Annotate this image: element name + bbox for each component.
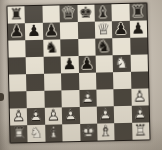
square-f7: ♛♕ (95, 21, 113, 38)
square-b6 (26, 40, 44, 57)
black-pawn-c7: ♟ (43, 22, 61, 39)
square-c7: ♟ (43, 22, 61, 39)
chess-board: ♜♛♚♝♜♟♟♟♛♕♟♟♞♞♟♟♞♘♟♙♟♙♟♙♟♙♟♙♟♙♟♙♟♙♜♖♞♘♝♗… (7, 3, 149, 142)
black-pawn-e5: ♟ (78, 56, 96, 73)
white-pawn-h2: ♟♙ (131, 105, 149, 122)
white-rook-a1: ♜♖ (10, 125, 28, 142)
black-queen-d8: ♛ (60, 5, 78, 22)
square-h8: ♜ (129, 3, 147, 20)
black-pawn-d5: ♟ (61, 56, 79, 73)
square-c1: ♝♗ (45, 124, 63, 141)
black-pawn-g7: ♟ (112, 21, 130, 38)
black-knight-c6: ♞ (43, 39, 61, 56)
square-a5 (9, 57, 27, 74)
white-pawn-d2: ♟♙ (62, 107, 80, 124)
square-a1: ♜♖ (10, 125, 28, 142)
square-e8: ♚ (77, 5, 95, 22)
square-b3 (27, 91, 45, 108)
square-f5 (95, 55, 113, 72)
square-f1: ♝♗ (97, 123, 115, 140)
white-pawn-f2: ♟♙ (97, 106, 115, 123)
black-rook-h8: ♜ (129, 3, 147, 20)
square-d2: ♟♙ (62, 107, 80, 124)
white-rook-h1: ♜♖ (132, 122, 150, 139)
square-a6 (8, 40, 26, 57)
square-c3 (44, 90, 62, 107)
white-queen-f7: ♛♕ (95, 21, 113, 38)
square-f3 (96, 89, 114, 106)
square-c6: ♞ (43, 39, 61, 56)
square-g6 (112, 38, 130, 55)
square-h4 (131, 71, 149, 88)
square-b7: ♟ (25, 23, 43, 40)
square-h6 (130, 37, 148, 54)
square-e2 (79, 107, 97, 124)
black-pawn-h7: ♟ (129, 20, 147, 37)
square-f8: ♝ (94, 4, 112, 21)
square-d6 (60, 39, 78, 56)
square-b4 (26, 74, 44, 91)
square-e5: ♟ (78, 56, 96, 73)
square-c4 (44, 73, 62, 90)
white-pawn-c2: ♟♙ (45, 107, 63, 124)
black-king-e8: ♚ (77, 5, 95, 22)
square-g5: ♞♘ (113, 55, 131, 72)
page-edge-mark (0, 93, 4, 101)
black-rook-a8: ♜ (7, 6, 25, 23)
white-pawn-e3: ♟♙ (79, 90, 97, 107)
square-b2: ♟♙ (27, 108, 45, 125)
white-bishop-c1: ♝♗ (45, 124, 63, 141)
square-g7: ♟ (112, 21, 130, 38)
black-pawn-a7: ♟ (8, 23, 26, 40)
square-f4 (96, 72, 114, 89)
square-c5 (43, 56, 61, 73)
square-g2 (114, 106, 132, 123)
white-bishop-f1: ♝♗ (97, 123, 115, 140)
square-d4 (61, 73, 79, 90)
square-b5 (26, 57, 44, 74)
square-a2: ♟♙ (10, 108, 28, 125)
white-pawn-h3: ♟♙ (131, 88, 149, 105)
square-h7: ♟ (129, 20, 147, 37)
square-c2: ♟♙ (45, 107, 63, 124)
white-pawn-b2: ♟♙ (27, 108, 45, 125)
square-c8 (42, 5, 60, 22)
white-knight-b1: ♞♘ (28, 125, 46, 142)
black-knight-f6: ♞ (95, 38, 113, 55)
square-g1 (114, 123, 132, 140)
square-b1: ♞♘ (28, 125, 46, 142)
square-a4 (9, 74, 27, 91)
square-g8 (112, 4, 130, 21)
square-h2: ♟♙ (131, 105, 149, 122)
white-pawn-a2: ♟♙ (10, 108, 28, 125)
square-a3 (9, 91, 27, 108)
square-e6 (78, 39, 96, 56)
square-d3 (62, 90, 80, 107)
square-f2: ♟♙ (97, 106, 115, 123)
square-a8: ♜ (7, 6, 25, 23)
white-king-e1: ♚♔ (80, 124, 98, 141)
white-knight-g5: ♞♘ (113, 55, 131, 72)
square-d8: ♛ (60, 5, 78, 22)
square-d1 (62, 124, 80, 141)
square-e7 (77, 22, 95, 39)
square-e4 (79, 73, 97, 90)
square-a7: ♟ (8, 23, 26, 40)
square-d5: ♟ (61, 56, 79, 73)
square-h5 (130, 54, 148, 71)
square-b8 (25, 6, 43, 23)
square-f6: ♞ (95, 38, 113, 55)
square-e3: ♟♙ (79, 90, 97, 107)
square-h3: ♟♙ (131, 88, 149, 105)
square-d7 (60, 22, 78, 39)
square-e1: ♚♔ (80, 124, 98, 141)
black-pawn-b7: ♟ (25, 23, 43, 40)
square-h1: ♜♖ (132, 122, 150, 139)
square-g3 (114, 89, 132, 106)
black-bishop-f8: ♝ (94, 4, 112, 21)
chess-board-frame: ♜♛♚♝♜♟♟♟♛♕♟♟♞♞♟♟♞♘♟♙♟♙♟♙♟♙♟♙♟♙♟♙♟♙♜♖♞♘♝♗… (6, 2, 150, 143)
square-g4 (113, 72, 131, 89)
photo-of-chess-diagram: ♜♛♚♝♜♟♟♟♛♕♟♟♞♞♟♟♞♘♟♙♟♙♟♙♟♙♟♙♟♙♟♙♟♙♜♖♞♘♝♗… (0, 0, 162, 150)
